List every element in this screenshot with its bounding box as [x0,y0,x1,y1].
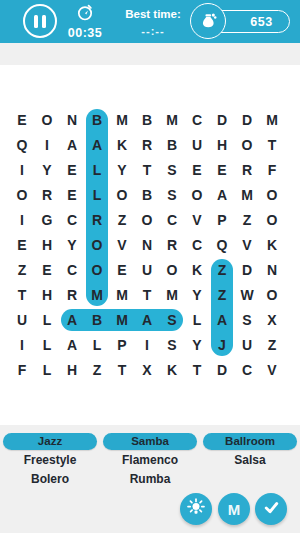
grid-cell[interactable]: M [260,108,285,133]
grid-cell[interactable]: A [60,333,85,358]
grid-cell[interactable]: L [85,333,110,358]
grid-cell[interactable]: A [60,133,85,158]
grid-cell[interactable]: Y [110,158,135,183]
grid-cell[interactable]: K [185,258,210,283]
grid-cell[interactable]: E [35,258,60,283]
grid-cell[interactable]: L [35,308,60,333]
grid-cell[interactable]: K [110,133,135,158]
grid-cell[interactable]: Z [85,358,110,383]
best-time-value: --:-- [141,25,164,37]
grid-cell[interactable]: Z [260,333,285,358]
grid-cell[interactable]: O [160,258,185,283]
grid-cell[interactable]: Z [210,283,235,308]
grid-cell[interactable]: I [10,208,35,233]
grid-cell[interactable]: K [260,233,285,258]
grid-cell[interactable]: C [60,208,85,233]
grid-cell[interactable]: O [10,183,35,208]
grid-cell[interactable]: E [185,158,210,183]
hint-button[interactable] [180,493,212,525]
grid-cell[interactable]: H [35,233,60,258]
grid-cell[interactable]: X [135,358,160,383]
grid-cell[interactable]: O [185,183,210,208]
word-found-pill: Jazz [3,433,97,450]
grid-cell[interactable]: D [210,108,235,133]
grid-cell[interactable]: O [260,183,285,208]
stopwatch-icon [76,3,94,25]
word-item-jazz: Jazz [0,432,100,450]
grid-cell[interactable]: M [160,283,185,308]
grid-cell[interactable]: U [135,258,160,283]
grid-cell[interactable]: Z [210,258,235,283]
grid-cell[interactable]: O [260,208,285,233]
word-label: Rumba [130,472,171,486]
grid-cells: EONBMBMCDDMQIAAKRBUHOTIYELYTSEERFORELOBS… [10,108,285,383]
grid-cell[interactable]: Y [60,233,85,258]
grid-cell[interactable]: M [235,183,260,208]
grid-cell[interactable]: A [60,308,85,333]
grid-cell[interactable]: X [260,308,285,333]
grid-cell[interactable]: N [60,108,85,133]
grid-cell[interactable]: H [210,133,235,158]
grid-cell[interactable]: B [85,108,110,133]
grid-cell[interactable]: S [160,308,185,333]
coin-count: 653 [250,15,272,29]
word-item-ballroom: Ballroom [200,432,300,450]
top-bar: 00:35 Best time: --:-- 653 [0,0,300,44]
grid-cell[interactable]: C [60,258,85,283]
board-area: EONBMBMCDDMQIAAKRBUHOTIYELYTSEERFORELOBS… [0,65,300,425]
grid-cell[interactable]: D [210,358,235,383]
grid-cell[interactable]: F [10,358,35,383]
word-item-samba: Samba [100,432,200,450]
grid-cell[interactable]: E [10,108,35,133]
word-found-pill: Ballroom [203,433,297,450]
grid-cell[interactable]: S [235,308,260,333]
word-search-app: 00:35 Best time: --:-- 653 EONBMBMCDDMQI… [0,0,300,533]
grid-cell[interactable]: M [110,108,135,133]
grid-cell[interactable]: M [110,283,135,308]
grid-cell[interactable]: R [60,283,85,308]
grid-cell[interactable]: V [185,208,210,233]
word-item-bolero: Bolero [0,470,100,488]
grid-cell[interactable]: R [160,233,185,258]
grid-cell[interactable]: L [185,308,210,333]
word-label: Bolero [31,472,69,486]
letter-grid: EONBMBMCDDMQIAAKRBUHOTIYELYTSEERFORELOBS… [10,108,285,383]
grid-cell[interactable]: T [135,283,160,308]
grid-cell[interactable]: Y [185,283,210,308]
grid-cell[interactable]: R [235,158,260,183]
confirm-button[interactable] [255,493,287,525]
grid-cell[interactable]: P [210,208,235,233]
grid-cell[interactable]: B [135,108,160,133]
grid-cell[interactable]: H [60,358,85,383]
grid-cell[interactable]: E [10,233,35,258]
grid-cell[interactable]: A [210,308,235,333]
grid-cell[interactable]: G [35,208,60,233]
word-item-flamenco: Flamenco [100,451,200,469]
grid-cell[interactable]: N [135,233,160,258]
grid-cell[interactable]: M [85,283,110,308]
grid-cell[interactable]: V [260,358,285,383]
word-item-freestyle: Freestyle [0,451,100,469]
grid-cell[interactable]: A [210,183,235,208]
grid-cell[interactable]: Z [235,208,260,233]
best-time-label: Best time: [125,8,181,20]
grid-cell[interactable]: L [85,183,110,208]
pause-icon [34,15,38,28]
grid-cell[interactable]: I [135,333,160,358]
grid-cell[interactable]: O [135,208,160,233]
grid-cell[interactable]: R [85,208,110,233]
word-item-salsa: Salsa [200,451,300,469]
money-bag-icon[interactable] [190,3,226,39]
grid-cell[interactable]: E [210,158,235,183]
grid-cell[interactable]: A [85,133,110,158]
best-time: Best time: --:-- [113,4,193,41]
grid-cell[interactable]: P [110,333,135,358]
grid-cell[interactable]: V [235,233,260,258]
grid-cell[interactable]: D [235,258,260,283]
grid-cell[interactable]: O [260,283,285,308]
grid-cell[interactable]: I [10,158,35,183]
pause-button[interactable] [23,4,57,38]
word-label: Flamenco [122,453,178,467]
grid-cell[interactable]: T [260,133,285,158]
grid-cell[interactable]: C [185,233,210,258]
grid-cell[interactable]: T [135,158,160,183]
grid-cell[interactable]: T [10,283,35,308]
grid-cell[interactable]: B [160,133,185,158]
grid-cell[interactable]: C [185,108,210,133]
grid-cell[interactable]: T [110,358,135,383]
grid-cell[interactable]: S [160,158,185,183]
timer: 00:35 [60,1,110,42]
grid-cell[interactable]: R [135,133,160,158]
grid-cell[interactable]: R [35,183,60,208]
grid-cell[interactable]: E [60,183,85,208]
grid-cell[interactable]: O [110,183,135,208]
grid-cell[interactable]: Y [35,158,60,183]
grid-cell[interactable]: Q [10,133,35,158]
grid-cell[interactable]: M [160,108,185,133]
grid-cell[interactable]: L [35,358,60,383]
grid-cell[interactable]: M [110,308,135,333]
sub-strip [0,43,300,65]
grid-cell[interactable]: L [35,333,60,358]
grid-cell[interactable]: N [260,258,285,283]
grid-cell[interactable]: L [85,158,110,183]
grid-cell[interactable]: Q [210,233,235,258]
grid-cell[interactable]: J [210,333,235,358]
grid-cell[interactable]: H [35,283,60,308]
grid-cell[interactable]: C [160,208,185,233]
grid-cell[interactable]: B [85,308,110,333]
grid-cell[interactable]: U [185,133,210,158]
grid-cell[interactable]: T [185,358,210,383]
grid-cell[interactable]: F [260,158,285,183]
grid-cell[interactable]: V [110,233,135,258]
word-found-pill: Samba [103,433,197,450]
grid-cell[interactable]: I [35,133,60,158]
word-item-rumba: Rumba [100,470,200,488]
grid-cell[interactable]: O [235,133,260,158]
grid-cell[interactable]: E [60,158,85,183]
grid-cell[interactable]: O [35,108,60,133]
grid-cell[interactable]: U [10,308,35,333]
grid-cell[interactable]: D [235,108,260,133]
grid-cell[interactable]: A [135,308,160,333]
word-label: Salsa [234,453,265,467]
lightbulb-icon [186,498,206,521]
grid-cell[interactable]: C [235,358,260,383]
grid-cell[interactable]: Y [185,333,210,358]
magic-m-button[interactable]: M [218,493,250,525]
grid-cell[interactable]: B [135,183,160,208]
grid-cell[interactable]: E [110,258,135,283]
timer-value: 00:35 [68,26,102,40]
word-list: JazzSambaBallroomFreestyleFlamencoSalsaB… [0,432,300,488]
grid-cell[interactable]: W [235,283,260,308]
grid-cell[interactable]: K [160,358,185,383]
grid-cell[interactable]: O [85,233,110,258]
m-icon: M [228,501,241,518]
grid-cell[interactable]: U [235,333,260,358]
grid-cell[interactable]: Z [110,208,135,233]
bottom-panel: JazzSambaBallroomFreestyleFlamencoSalsaB… [0,425,300,533]
checkmark-icon [262,498,281,520]
grid-cell[interactable]: Z [10,258,35,283]
grid-cell[interactable]: O [85,258,110,283]
grid-cell[interactable]: S [160,333,185,358]
word-label: Freestyle [24,453,77,467]
grid-cell[interactable]: I [10,333,35,358]
grid-cell[interactable]: S [160,183,185,208]
